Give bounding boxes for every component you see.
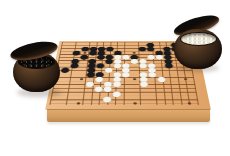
white-stone-bowl	[174, 29, 222, 75]
white-stones-heap	[180, 32, 217, 46]
hoshi-point	[184, 78, 188, 80]
go-set-photo: ●●●●●●●●●●●●●●●●●●●●●●●●●●●●●●●●●●●●●●●●…	[0, 0, 230, 156]
black-stone-bowl	[13, 52, 61, 98]
board-front-edge	[47, 109, 210, 122]
